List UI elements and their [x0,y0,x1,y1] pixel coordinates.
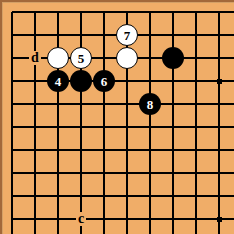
white-stone [47,47,70,70]
black-stone-circle: 6 [93,70,115,92]
white-stone-circle [47,47,69,69]
go-diagram: dc57468 [0,0,234,234]
white-stone [116,47,139,70]
stone-move-number: 8 [147,98,154,111]
black-stone: 8 [139,93,162,116]
stone-move-number: 5 [78,52,85,65]
black-stone: 4 [47,70,70,93]
go-board-grid: dc57468 [3,3,231,231]
black-stone [162,47,185,70]
go-board: dc57468 [3,3,234,234]
white-stone-circle [116,47,138,69]
stone-move-number: 4 [55,75,62,88]
star-point [208,208,231,231]
black-stone-circle: 4 [47,70,69,92]
point-label-c: c [70,208,93,231]
black-stone: 6 [93,70,116,93]
white-stone-circle: 5 [70,47,92,69]
black-stone-circle [70,70,92,92]
black-stone-circle [162,47,184,69]
point-label-text: d [29,51,41,65]
black-stone [70,70,93,93]
board-frame-bevel: dc57468 [2,2,234,234]
star-point-marker [217,79,222,84]
star-point-marker [217,217,222,222]
white-stone-circle: 7 [116,24,138,46]
star-point [208,70,231,93]
point-label-d: d [24,47,47,70]
white-stone: 5 [70,47,93,70]
black-stone-circle: 8 [139,93,161,115]
white-stone: 7 [116,24,139,47]
point-label-text: c [76,212,86,226]
stone-move-number: 7 [124,29,131,42]
stone-move-number: 6 [101,75,108,88]
